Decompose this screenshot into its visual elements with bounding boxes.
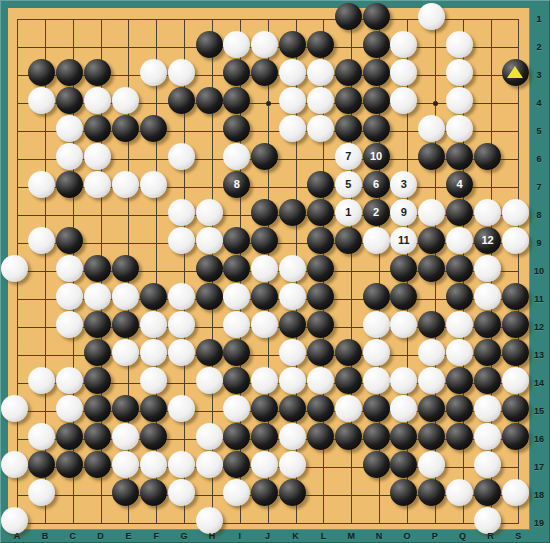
row-label-9: 9 [536, 238, 541, 248]
white-stone [168, 143, 195, 170]
star-point [433, 101, 438, 106]
black-stone [446, 367, 473, 394]
numbered-stone-4: 4 [446, 171, 473, 198]
black-stone [502, 311, 529, 338]
row-label-19: 19 [534, 518, 544, 528]
white-stone [112, 339, 139, 366]
white-stone [307, 367, 334, 394]
black-stone [502, 423, 529, 450]
white-stone [279, 367, 306, 394]
row-label-3: 3 [536, 70, 541, 80]
black-stone [307, 339, 334, 366]
black-stone [196, 87, 223, 114]
numbered-stone-1: 1 [335, 199, 362, 226]
black-stone [335, 3, 362, 30]
white-stone [56, 311, 83, 338]
black-stone [335, 227, 362, 254]
numbered-stone-7: 7 [335, 143, 362, 170]
white-stone [168, 59, 195, 86]
black-stone [56, 171, 83, 198]
black-stone [112, 311, 139, 338]
white-stone [279, 339, 306, 366]
white-stone [84, 87, 111, 114]
black-stone [251, 227, 278, 254]
white-stone [112, 451, 139, 478]
black-stone [390, 283, 417, 310]
white-stone [28, 227, 55, 254]
white-stone [56, 115, 83, 142]
white-stone [28, 87, 55, 114]
white-stone [418, 339, 445, 366]
white-stone [196, 423, 223, 450]
white-stone [223, 311, 250, 338]
go-game-screenshot: { "game": "go", "board_size": 19, "title… [0, 0, 550, 543]
black-stone [84, 451, 111, 478]
white-stone [168, 199, 195, 226]
black-stone [335, 367, 362, 394]
black-stone [363, 283, 390, 310]
white-stone [84, 283, 111, 310]
white-stone [168, 479, 195, 506]
white-stone [363, 311, 390, 338]
white-stone [474, 507, 501, 534]
white-stone [418, 451, 445, 478]
black-stone [474, 311, 501, 338]
white-stone [474, 451, 501, 478]
black-stone [223, 367, 250, 394]
white-stone [56, 255, 83, 282]
black-stone [474, 367, 501, 394]
black-stone [140, 395, 167, 422]
white-stone [112, 283, 139, 310]
white-stone [279, 423, 306, 450]
black-stone [390, 423, 417, 450]
black-stone [307, 395, 334, 422]
black-stone [251, 479, 278, 506]
white-stone [390, 395, 417, 422]
white-stone [1, 395, 28, 422]
black-stone [196, 339, 223, 366]
black-stone [251, 59, 278, 86]
column-label-G: G [181, 531, 188, 541]
white-stone [1, 507, 28, 534]
black-stone [446, 199, 473, 226]
black-stone [112, 479, 139, 506]
row-label-8: 8 [536, 210, 541, 220]
white-stone [446, 59, 473, 86]
white-stone [251, 311, 278, 338]
row-label-15: 15 [534, 406, 544, 416]
column-label-Q: Q [459, 531, 466, 541]
black-stone [223, 115, 250, 142]
white-stone [196, 451, 223, 478]
white-stone [474, 255, 501, 282]
column-label-S: S [515, 531, 521, 541]
black-stone [335, 423, 362, 450]
black-stone [335, 339, 362, 366]
white-stone [474, 395, 501, 422]
numbered-stone-10: 10 [363, 143, 390, 170]
white-stone [279, 283, 306, 310]
black-stone [196, 255, 223, 282]
white-stone [279, 87, 306, 114]
white-stone [28, 423, 55, 450]
grid-line-horizontal [17, 523, 519, 524]
black-stone [307, 283, 334, 310]
black-stone [446, 423, 473, 450]
black-stone [251, 283, 278, 310]
black-stone [223, 227, 250, 254]
black-stone [418, 255, 445, 282]
black-stone [446, 283, 473, 310]
black-stone [363, 59, 390, 86]
black-stone [28, 451, 55, 478]
black-stone [418, 423, 445, 450]
row-label-4: 4 [536, 98, 541, 108]
black-stone [84, 59, 111, 86]
column-label-F: F [154, 531, 160, 541]
column-label-R: R [487, 531, 494, 541]
black-stone [56, 59, 83, 86]
row-label-7: 7 [536, 182, 541, 192]
white-stone [390, 31, 417, 58]
white-stone [28, 171, 55, 198]
numbered-stone-11: 11 [390, 227, 417, 254]
black-stone [363, 395, 390, 422]
black-stone [335, 87, 362, 114]
white-stone [56, 143, 83, 170]
black-stone [363, 115, 390, 142]
black-stone [251, 395, 278, 422]
black-stone [84, 339, 111, 366]
white-stone [418, 199, 445, 226]
black-stone [223, 339, 250, 366]
white-stone [502, 367, 529, 394]
white-stone [446, 479, 473, 506]
white-stone [279, 59, 306, 86]
white-stone [223, 395, 250, 422]
white-stone [251, 451, 278, 478]
black-stone [223, 451, 250, 478]
black-stone [418, 311, 445, 338]
black-stone [307, 31, 334, 58]
row-label-12: 12 [534, 322, 544, 332]
white-stone [474, 283, 501, 310]
black-stone [251, 199, 278, 226]
black-stone [390, 479, 417, 506]
row-label-2: 2 [536, 42, 541, 52]
white-stone [140, 311, 167, 338]
white-stone [168, 227, 195, 254]
white-stone [140, 59, 167, 86]
white-stone [390, 87, 417, 114]
black-stone [223, 255, 250, 282]
numbered-stone-9: 9 [390, 199, 417, 226]
black-stone [223, 423, 250, 450]
white-stone [418, 367, 445, 394]
black-stone [279, 311, 306, 338]
black-stone [307, 227, 334, 254]
black-stone [474, 339, 501, 366]
white-stone [502, 227, 529, 254]
black-stone [502, 395, 529, 422]
white-stone [223, 143, 250, 170]
row-label-11: 11 [534, 294, 544, 304]
black-stone [363, 423, 390, 450]
black-stone [279, 199, 306, 226]
black-stone [223, 87, 250, 114]
white-stone [279, 255, 306, 282]
column-label-E: E [125, 531, 131, 541]
black-stone [363, 31, 390, 58]
white-stone [307, 87, 334, 114]
column-label-I: I [239, 531, 242, 541]
white-stone [140, 171, 167, 198]
white-stone [28, 479, 55, 506]
white-stone [251, 255, 278, 282]
column-label-B: B [42, 531, 49, 541]
white-stone [502, 479, 529, 506]
black-stone [418, 479, 445, 506]
white-stone [390, 59, 417, 86]
white-stone [140, 451, 167, 478]
white-stone [446, 31, 473, 58]
white-stone [307, 115, 334, 142]
black-stone [196, 31, 223, 58]
black-stone [168, 87, 195, 114]
black-stone [223, 59, 250, 86]
black-stone [418, 395, 445, 422]
column-label-D: D [97, 531, 104, 541]
column-label-O: O [403, 531, 410, 541]
black-stone [56, 87, 83, 114]
white-stone [140, 367, 167, 394]
white-stone [84, 143, 111, 170]
black-stone [418, 227, 445, 254]
white-stone [223, 479, 250, 506]
white-stone [502, 199, 529, 226]
white-stone [56, 367, 83, 394]
row-label-14: 14 [534, 378, 544, 388]
numbered-stone-5: 5 [335, 171, 362, 198]
white-stone [390, 367, 417, 394]
white-stone [196, 507, 223, 534]
white-stone [446, 339, 473, 366]
column-label-N: N [376, 531, 383, 541]
black-stone [251, 143, 278, 170]
row-label-10: 10 [534, 266, 544, 276]
white-stone [84, 171, 111, 198]
numbered-stone-8: 8 [223, 171, 250, 198]
row-label-1: 1 [536, 14, 541, 24]
marked-stone-triangle [502, 59, 529, 86]
white-stone [279, 115, 306, 142]
white-stone [56, 283, 83, 310]
black-stone [112, 115, 139, 142]
black-stone [84, 255, 111, 282]
white-stone [418, 115, 445, 142]
white-stone [140, 339, 167, 366]
black-stone [84, 311, 111, 338]
black-stone [363, 451, 390, 478]
go-board[interactable]: 710856341291112 [8, 8, 530, 530]
column-label-P: P [432, 531, 438, 541]
row-label-5: 5 [536, 126, 541, 136]
row-label-6: 6 [536, 154, 541, 164]
black-stone [307, 311, 334, 338]
white-stone [196, 367, 223, 394]
white-stone [279, 451, 306, 478]
black-stone [251, 423, 278, 450]
black-stone [418, 143, 445, 170]
row-label-18: 18 [534, 490, 544, 500]
white-stone [28, 367, 55, 394]
black-stone [446, 143, 473, 170]
black-stone [307, 199, 334, 226]
black-stone [84, 423, 111, 450]
column-label-J: J [265, 531, 270, 541]
black-stone [28, 59, 55, 86]
black-stone [307, 255, 334, 282]
black-stone [279, 395, 306, 422]
white-stone [390, 311, 417, 338]
black-stone [335, 59, 362, 86]
black-stone [56, 423, 83, 450]
black-stone [363, 3, 390, 30]
numbered-stone-12: 12 [474, 227, 501, 254]
black-stone [390, 255, 417, 282]
numbered-stone-6: 6 [363, 171, 390, 198]
white-stone [335, 395, 362, 422]
black-stone [446, 255, 473, 282]
white-stone [1, 255, 28, 282]
column-label-C: C [69, 531, 76, 541]
white-stone [446, 227, 473, 254]
column-label-L: L [321, 531, 327, 541]
star-point [266, 101, 271, 106]
black-stone [474, 143, 501, 170]
white-stone [112, 423, 139, 450]
white-stone [418, 3, 445, 30]
black-stone [84, 115, 111, 142]
black-stone [446, 395, 473, 422]
black-stone [140, 283, 167, 310]
white-stone [474, 199, 501, 226]
black-stone [140, 423, 167, 450]
black-stone [279, 31, 306, 58]
white-stone [223, 31, 250, 58]
white-stone [56, 395, 83, 422]
black-stone [474, 479, 501, 506]
white-stone [251, 31, 278, 58]
column-label-M: M [347, 531, 355, 541]
column-label-K: K [292, 531, 299, 541]
black-stone [307, 423, 334, 450]
white-stone [112, 171, 139, 198]
white-stone [446, 311, 473, 338]
black-stone [140, 479, 167, 506]
black-stone [84, 395, 111, 422]
white-stone [168, 395, 195, 422]
black-stone [140, 115, 167, 142]
black-stone [502, 283, 529, 310]
row-label-13: 13 [534, 350, 544, 360]
white-stone [196, 227, 223, 254]
white-stone [112, 87, 139, 114]
black-stone [56, 451, 83, 478]
row-label-16: 16 [534, 434, 544, 444]
white-stone [168, 339, 195, 366]
black-stone [502, 339, 529, 366]
black-stone [196, 283, 223, 310]
white-stone [363, 227, 390, 254]
white-stone [223, 283, 250, 310]
white-stone [446, 87, 473, 114]
black-stone [112, 395, 139, 422]
white-stone [363, 367, 390, 394]
black-stone [56, 227, 83, 254]
black-stone [390, 451, 417, 478]
black-stone [279, 479, 306, 506]
white-stone [1, 451, 28, 478]
numbered-stone-3: 3 [390, 171, 417, 198]
white-stone [168, 283, 195, 310]
white-stone [474, 423, 501, 450]
numbered-stone-2: 2 [363, 199, 390, 226]
black-stone [112, 255, 139, 282]
white-stone [446, 115, 473, 142]
white-stone [251, 367, 278, 394]
white-stone [168, 311, 195, 338]
column-label-H: H [209, 531, 216, 541]
column-label-A: A [14, 531, 21, 541]
white-stone [363, 339, 390, 366]
white-stone [196, 199, 223, 226]
black-stone [307, 171, 334, 198]
black-stone [363, 87, 390, 114]
white-stone [307, 59, 334, 86]
row-label-17: 17 [534, 462, 544, 472]
white-stone [168, 451, 195, 478]
black-stone [335, 115, 362, 142]
triangle-marker-icon [507, 66, 523, 78]
black-stone [84, 367, 111, 394]
